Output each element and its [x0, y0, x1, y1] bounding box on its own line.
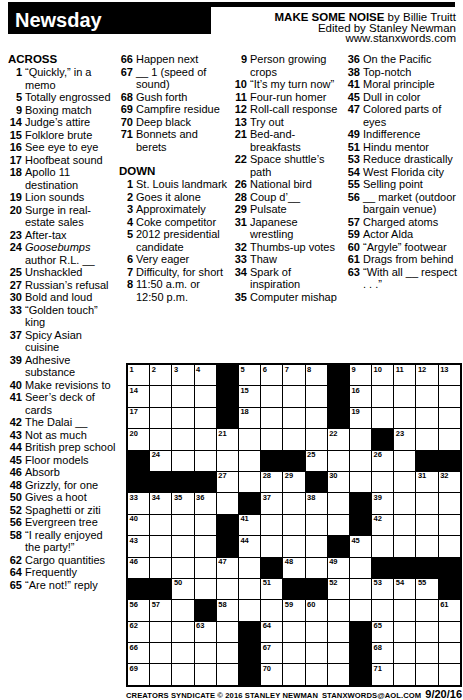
grid-cell-r10c1[interactable]: 46 [128, 558, 149, 578]
grid-cell-r4c2[interactable] [150, 429, 171, 449]
clue-text: Thumbs-up votes [250, 241, 343, 254]
clue-number: 52 [8, 504, 25, 517]
grid-cell-r7c3[interactable]: 35 [172, 493, 193, 513]
clue-down-28: 28Coup d’__ [233, 191, 343, 204]
grid-cell-r4c5[interactable]: 21 [217, 429, 238, 449]
grid-cell-r2c14[interactable] [416, 386, 437, 406]
clue-text: Bold and loud [25, 291, 117, 304]
grid-cell-r12c15[interactable]: 61 [439, 600, 460, 620]
grid-cell-r8c8[interactable] [283, 515, 304, 535]
grid-cell-r3c12[interactable] [372, 408, 393, 428]
grid-cell-r8c9[interactable] [306, 515, 327, 535]
grid-cell-r3c4[interactable] [195, 408, 216, 428]
grid-cell-r12c14[interactable] [416, 600, 437, 620]
grid-cell-r2c4[interactable] [195, 386, 216, 406]
grid-cell-r9c15[interactable] [439, 536, 460, 556]
clue-text: Grizzly, for one [25, 479, 117, 492]
grid-cell-r8c3[interactable] [172, 515, 193, 535]
grid-cell-r2c7[interactable] [261, 386, 282, 406]
clue-number: 26 [233, 178, 250, 191]
grid-cell-r12c12[interactable] [372, 600, 393, 620]
grid-cell-r13c2[interactable] [150, 622, 171, 642]
cell-number: 17 [130, 408, 138, 416]
grid-cell-r1c2[interactable]: 2 [150, 365, 171, 385]
clue-down-47: 47Colored parts of eyes [346, 103, 462, 128]
black-cell-r3c5 [217, 408, 238, 428]
grid-cell-r7c9[interactable]: 38 [306, 493, 327, 513]
grid-cell-r2c9[interactable] [306, 386, 327, 406]
grid-cell-r1c7[interactable]: 6 [261, 365, 282, 385]
puzzle-website: www.stanxwords.com [275, 33, 456, 44]
grid-cell-r7c13[interactable] [394, 493, 415, 513]
grid-cell-r12c7[interactable] [261, 600, 282, 620]
grid-cell-r8c14[interactable] [416, 515, 437, 535]
grid-cell-r15c14[interactable] [416, 664, 437, 684]
grid-cell-r14c1[interactable]: 66 [128, 643, 149, 663]
clue-down-26: 26National bird [233, 178, 343, 191]
grid-cell-r12c6[interactable] [239, 600, 260, 620]
clue-text: Apollo 11 destination [25, 166, 117, 191]
grid-cell-r15c10[interactable] [328, 664, 349, 684]
grid-cell-r6c6[interactable] [239, 472, 260, 492]
clue-text: After-tax [25, 229, 117, 242]
black-cell-r7c6 [239, 493, 260, 513]
clue-number: 17 [8, 154, 25, 167]
cell-number: 13 [440, 366, 448, 374]
grid-cell-r1c1[interactable]: 1 [128, 365, 149, 385]
grid-cell-r10c5[interactable]: 47 [217, 558, 238, 578]
cell-number: 69 [130, 665, 138, 673]
grid-cell-r1c11[interactable]: 9 [350, 365, 371, 385]
grid-cell-r2c8[interactable] [283, 386, 304, 406]
grid-cell-r3c6[interactable]: 18 [239, 408, 260, 428]
clue-number: 64 [8, 566, 25, 579]
grid-cell-r15c9[interactable] [306, 664, 327, 684]
black-cell-r9c5 [217, 536, 238, 556]
grid-cell-r13c7[interactable]: 64 [261, 622, 282, 642]
grid-cell-r7c7[interactable]: 37 [261, 493, 282, 513]
grid-cell-r2c6[interactable]: 15 [239, 386, 260, 406]
grid-cell-r13c1[interactable]: 62 [128, 622, 149, 642]
grid-cell-r9c14[interactable] [416, 536, 437, 556]
grid-cell-r9c6[interactable]: 44 [239, 536, 260, 556]
grid-cell-r12c2[interactable]: 57 [150, 600, 171, 620]
grid-cell-r15c8[interactable] [283, 664, 304, 684]
clue-text: Moral principle [363, 78, 462, 91]
grid-cell-r9c8[interactable] [283, 536, 304, 556]
grid-cell-r1c15[interactable]: 13 [439, 365, 460, 385]
grid-cell-r13c12[interactable]: 65 [372, 622, 393, 642]
grid-cell-r7c14[interactable] [416, 493, 437, 513]
grid-cell-r9c2[interactable] [150, 536, 171, 556]
grid-cell-r7c2[interactable]: 34 [150, 493, 171, 513]
clue-text: British prep school [25, 441, 117, 454]
grid-cell-r6c11[interactable] [350, 472, 371, 492]
grid-cell-r7c15[interactable] [439, 493, 460, 513]
grid-cell-r15c2[interactable] [150, 664, 171, 684]
grid-cell-r3c1[interactable]: 17 [128, 408, 149, 428]
clue-number: 68 [119, 91, 136, 104]
grid-cell-r6c14[interactable]: 31 [416, 472, 437, 492]
grid-cell-r7c1[interactable]: 33 [128, 493, 149, 513]
grid-cell-r11c5[interactable] [217, 579, 238, 599]
clue-text: Hoofbeat sound [25, 154, 117, 167]
grid-cell-r14c7[interactable]: 67 [261, 643, 282, 663]
grid-cell-r5c2[interactable]: 24 [150, 451, 171, 471]
grid-cell-r15c3[interactable] [172, 664, 193, 684]
grid-cell-r2c1[interactable]: 14 [128, 386, 149, 406]
grid-cell-r4c4[interactable] [195, 429, 216, 449]
clue-text: Judge’s attire [25, 116, 117, 129]
cell-number: 59 [285, 601, 293, 609]
grid-cell-r2c3[interactable] [172, 386, 193, 406]
grid-cell-r11c4[interactable] [195, 579, 216, 599]
clue-down-35: 35Computer mishap [233, 291, 343, 304]
grid-cell-r5c12[interactable]: 26 [372, 451, 393, 471]
grid-cell-r6c15[interactable]: 32 [439, 472, 460, 492]
cell-number: 38 [307, 494, 315, 502]
grid-cell-r9c4[interactable] [195, 536, 216, 556]
clue-text: Try out [250, 116, 343, 129]
grid-cell-r10c8[interactable]: 48 [283, 558, 304, 578]
grid-cell-r14c5[interactable] [217, 643, 238, 663]
grid-cell-r8c12[interactable]: 42 [372, 515, 393, 535]
cell-number: 39 [374, 494, 382, 502]
grid-cell-r3c3[interactable] [172, 408, 193, 428]
grid-cell-r15c5[interactable] [217, 664, 238, 684]
clue-down-1: 1St. Louis landmark [119, 178, 229, 191]
grid-cell-r13c13[interactable] [394, 622, 415, 642]
grid-cell-r3c15[interactable] [439, 408, 460, 428]
clue-across-70: 70Deep black [119, 116, 229, 129]
grid-cell-r9c11[interactable]: 45 [350, 536, 371, 556]
grid-cell-r13c14[interactable] [416, 622, 437, 642]
crossword-page: Newsday Crossword MAKE SOME NOISE by Bil… [0, 0, 463, 700]
cell-number: 23 [396, 430, 404, 438]
clue-across-19: 19Lion sounds [8, 191, 117, 204]
grid-cell-r1c13[interactable]: 11 [394, 365, 415, 385]
clue-number: 5 [119, 228, 136, 241]
grid-cell-r4c9[interactable] [306, 429, 327, 449]
clue-text: Make revisions to [25, 379, 117, 392]
footer: CREATORS SYNDICATE © 2016 STANLEY NEWMAN… [126, 688, 462, 700]
grid-cell-r4c10[interactable]: 22 [328, 429, 349, 449]
cell-number: 6 [263, 366, 267, 374]
cell-number: 33 [130, 494, 138, 502]
grid-cell-r4c7[interactable] [261, 429, 282, 449]
grid-cell-r11c7[interactable]: 51 [261, 579, 282, 599]
grid-cell-r8c1[interactable]: 40 [128, 515, 149, 535]
grid-cell-r1c8[interactable]: 7 [283, 365, 304, 385]
grid-cell-r15c15[interactable] [439, 664, 460, 684]
grid-cell-r5c9[interactable]: 25 [306, 451, 327, 471]
grid-cell-r13c4[interactable]: 63 [195, 622, 216, 642]
grid-cell-r3c11[interactable]: 19 [350, 408, 371, 428]
grid-cell-r13c3[interactable] [172, 622, 193, 642]
clue-down-33: 33Thaw [233, 253, 343, 266]
clue-down-13: 13Try out [233, 116, 343, 129]
grid-cell-r7c8[interactable] [283, 493, 304, 513]
grid-cell-r10c4[interactable] [195, 558, 216, 578]
cell-number: 55 [418, 579, 426, 587]
cell-number: 43 [130, 537, 138, 545]
grid-cell-r10c11[interactable] [350, 558, 371, 578]
clue-across-23: 23After-tax [8, 229, 117, 242]
clue-text: Selling point [363, 178, 462, 191]
grid-cell-r9c7[interactable] [261, 536, 282, 556]
grid-cell-r11c3[interactable]: 50 [172, 579, 193, 599]
grid-cell-r12c5[interactable]: 58 [217, 600, 238, 620]
clue-down-36: 36On the Pacific [346, 53, 462, 66]
cell-number: 27 [218, 472, 226, 480]
clue-down-60: 60“Argyle” footwear [346, 241, 462, 254]
grid-cell-r12c13[interactable] [394, 600, 415, 620]
grid-cell-r13c15[interactable] [439, 622, 460, 642]
grid-cell-r8c13[interactable] [394, 515, 415, 535]
cell-number: 50 [174, 579, 182, 587]
cell-number: 30 [329, 472, 337, 480]
grid-cell-r1c6[interactable]: 5 [239, 365, 260, 385]
grid-cell-r14c14[interactable] [416, 643, 437, 663]
grid-cell-r5c4[interactable] [195, 451, 216, 471]
clue-number: 45 [346, 91, 363, 104]
grid-cell-r5c13[interactable] [394, 451, 415, 471]
clue-down-49: 49Indifference [346, 128, 462, 141]
clue-text: Lion sounds [25, 191, 117, 204]
clue-number: 50 [8, 491, 25, 504]
grid-cell-r15c1[interactable]: 69 [128, 664, 149, 684]
grid-cell-r12c9[interactable]: 60 [306, 600, 327, 620]
grid-cell-r5c3[interactable] [172, 451, 193, 471]
clue-down-41: 41Moral principle [346, 78, 462, 91]
clue-number: 61 [346, 253, 363, 266]
grid-cell-r8c15[interactable] [439, 515, 460, 535]
grid-cell-r8c2[interactable] [150, 515, 171, 535]
clue-number: 65 [8, 579, 25, 592]
grid-cell-r4c13[interactable]: 23 [394, 429, 415, 449]
grid-cell-r9c9[interactable] [306, 536, 327, 556]
clue-down-9: 9Person growing crops [233, 53, 343, 78]
grid-cell-r1c9[interactable]: 8 [306, 365, 327, 385]
grid-cell-r10c6[interactable] [239, 558, 260, 578]
grid-cell-r9c1[interactable]: 43 [128, 536, 149, 556]
clue-number: 20 [8, 204, 25, 217]
grid-cell-r7c4[interactable]: 36 [195, 493, 216, 513]
grid-cell-r4c8[interactable] [283, 429, 304, 449]
grid-cell-r7c5[interactable] [217, 493, 238, 513]
clue-text: Gush forth [136, 91, 229, 104]
grid-cell-r2c11[interactable]: 16 [350, 386, 371, 406]
clue-text: Colored parts of eyes [363, 103, 462, 128]
grid-cell-r2c13[interactable] [394, 386, 415, 406]
grid-cell-r1c3[interactable]: 3 [172, 365, 193, 385]
grid-cell-r3c7[interactable] [261, 408, 282, 428]
grid-cell-r14c3[interactable] [172, 643, 193, 663]
grid-cell-r6c7[interactable]: 28 [261, 472, 282, 492]
clue-text: “Are not!” reply [25, 579, 117, 592]
cell-number: 58 [218, 601, 226, 609]
grid-cell-r14c2[interactable] [150, 643, 171, 663]
grid-cell-r14c9[interactable] [306, 643, 327, 663]
black-cell-r14c11 [350, 643, 371, 663]
grid-cell-r4c15[interactable] [439, 429, 460, 449]
clue-number: 5 [8, 91, 25, 104]
grid-cell-r6c8[interactable]: 29 [283, 472, 304, 492]
black-cell-r6c4 [195, 472, 216, 492]
clue-text: “It’s my turn now” [250, 78, 343, 91]
clue-text: Gives a hoot [25, 491, 117, 504]
black-cell-r11c9 [306, 579, 327, 599]
grid-cell-r2c12[interactable] [372, 386, 393, 406]
clue-across-58: 58“I really enjoyed the party!” [8, 529, 117, 554]
clue-down-34: 34Spark of inspiration [233, 266, 343, 291]
clue-text: Evergreen tree [25, 516, 117, 529]
clue-across-43: 43Not as much [8, 429, 117, 442]
grid-cell-r10c9[interactable] [306, 558, 327, 578]
cell-number: 28 [263, 472, 271, 480]
grid-cell-r11c12[interactable]: 53 [372, 579, 393, 599]
clue-text: 11:50 a.m. or 12:50 p.m. [136, 278, 229, 303]
grid-cell-r9c12[interactable] [372, 536, 393, 556]
clue-number: 30 [8, 291, 25, 304]
clue-number: 16 [8, 141, 25, 154]
cell-number: 52 [329, 579, 337, 587]
grid-cell-r13c9[interactable] [306, 622, 327, 642]
grid-cell-r12c1[interactable]: 56 [128, 600, 149, 620]
grid-cell-r15c12[interactable]: 71 [372, 664, 393, 684]
grid-cell-r6c12[interactable] [372, 472, 393, 492]
grid-cell-r4c14[interactable] [416, 429, 437, 449]
clue-text: Four-run homer [250, 91, 343, 104]
grid-cell-r5c11[interactable] [350, 451, 371, 471]
grid-cell-r3c13[interactable] [394, 408, 415, 428]
clue-number: 8 [119, 278, 136, 291]
clue-column-1: ACROSS1“Quickly,” in a memo5Totally engr… [8, 53, 117, 591]
clue-down-53: 53Reduce drastically [346, 153, 462, 166]
clue-number: 62 [8, 554, 25, 567]
grid-cell-r3c14[interactable] [416, 408, 437, 428]
cell-number: 51 [263, 579, 271, 587]
grid-cell-r13c8[interactable] [283, 622, 304, 642]
clue-text: Top-notch [363, 66, 462, 79]
grid-cell-r8c7[interactable] [261, 515, 282, 535]
grid-cell-r12c8[interactable]: 59 [283, 600, 304, 620]
grid-cell-r9c3[interactable] [172, 536, 193, 556]
cell-number: 71 [374, 665, 382, 673]
grid-cell-r3c9[interactable] [306, 408, 327, 428]
grid-cell-r12c11[interactable] [350, 600, 371, 620]
grid-cell-r10c2[interactable] [150, 558, 171, 578]
grid-cell-r14c15[interactable] [439, 643, 460, 663]
grid-cell-r5c5[interactable] [217, 451, 238, 471]
clue-number: 41 [8, 391, 25, 404]
grid-cell-r13c5[interactable] [217, 622, 238, 642]
clue-across-25: 25Unshackled [8, 266, 117, 279]
grid-cell-r2c15[interactable] [439, 386, 460, 406]
crossword-grid: 1234567891011121314151617181920212223242… [126, 363, 462, 687]
clue-number: 70 [119, 116, 136, 129]
grid-cell-r5c10[interactable] [328, 451, 349, 471]
clue-number: 54 [346, 166, 363, 179]
black-cell-r14c6 [239, 643, 260, 663]
clue-down-5: 52012 presidential candidate [119, 228, 229, 253]
grid-cell-r1c14[interactable]: 12 [416, 365, 437, 385]
grid-cell-r2c2[interactable] [150, 386, 171, 406]
clue-down-7: 7Difficulty, for short [119, 266, 229, 279]
grid-cell-r11c6[interactable] [239, 579, 260, 599]
clue-down-11: 11Four-run homer [233, 91, 343, 104]
grid-cell-r15c13[interactable] [394, 664, 415, 684]
clue-text: Dull in color [363, 91, 462, 104]
grid-cell-r8c4[interactable] [195, 515, 216, 535]
grid-cell-r4c3[interactable] [172, 429, 193, 449]
grid-cell-r6c5[interactable]: 27 [217, 472, 238, 492]
grid-cell-r4c1[interactable]: 20 [128, 429, 149, 449]
grid-cell-r5c6[interactable] [239, 451, 260, 471]
cell-number: 3 [174, 366, 178, 374]
grid-cell-r14c8[interactable] [283, 643, 304, 663]
grid-cell-r11c14[interactable]: 55 [416, 579, 437, 599]
grid-cell-r15c4[interactable] [195, 664, 216, 684]
grid-cell-r14c12[interactable]: 68 [372, 643, 393, 663]
grid-cell-r7c10[interactable] [328, 493, 349, 513]
cell-number: 1 [130, 366, 134, 374]
clue-text: Computer mishap [250, 291, 343, 304]
grid-cell-r6c13[interactable] [394, 472, 415, 492]
clue-across-17: 17Hoofbeat sound [8, 154, 117, 167]
grid-cell-r4c11[interactable] [350, 429, 371, 449]
clue-text: __ market (outdoor bargain venue) [363, 191, 462, 216]
grid-cell-r10c10[interactable]: 49 [328, 558, 349, 578]
grid-cell-r9c13[interactable] [394, 536, 415, 556]
grid-cell-r3c8[interactable] [283, 408, 304, 428]
clue-across-5: 5Totally engrossed [8, 91, 117, 104]
grid-cell-r10c3[interactable] [172, 558, 193, 578]
black-cell-r4c12 [372, 429, 393, 449]
grid-cell-r1c12[interactable]: 10 [372, 365, 393, 385]
grid-cell-r12c3[interactable] [172, 600, 193, 620]
cell-number: 8 [307, 366, 311, 374]
grid-cell-r1c4[interactable]: 4 [195, 365, 216, 385]
clue-number: 6 [119, 253, 136, 266]
grid-cell-r11c10[interactable]: 52 [328, 579, 349, 599]
grid-cell-r7c12[interactable]: 39 [372, 493, 393, 513]
grid-cell-r12c10[interactable] [328, 600, 349, 620]
black-cell-r9c10 [328, 536, 349, 556]
grid-cell-r11c13[interactable]: 54 [394, 579, 415, 599]
grid-cell-r6c10[interactable]: 30 [328, 472, 349, 492]
grid-cell-r8c6[interactable]: 41 [239, 515, 260, 535]
grid-cell-r14c4[interactable] [195, 643, 216, 663]
grid-cell-r8c10[interactable] [328, 515, 349, 535]
clue-text: Adhesive substance [25, 354, 117, 379]
grid-cell-r11c11[interactable] [350, 579, 371, 599]
cell-number: 63 [196, 622, 204, 630]
clue-text: Pulsate [250, 203, 343, 216]
grid-cell-r14c13[interactable] [394, 643, 415, 663]
grid-cell-r4c6[interactable] [239, 429, 260, 449]
grid-cell-r14c10[interactable] [328, 643, 349, 663]
clue-number: 48 [8, 479, 25, 492]
clue-number: 57 [346, 216, 363, 229]
grid-cell-r15c7[interactable]: 70 [261, 664, 282, 684]
grid-cell-r3c2[interactable] [150, 408, 171, 428]
clue-text: “I really enjoyed the party!” [25, 529, 117, 554]
clue-number: 22 [233, 153, 250, 166]
clue-number: 66 [119, 53, 136, 66]
grid-cell-r13c10[interactable] [328, 622, 349, 642]
clue-text: Space shuttle’s path [250, 153, 343, 178]
